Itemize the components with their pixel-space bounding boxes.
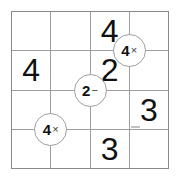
clue-number: 4 [121,43,129,58]
cell-r2c1[interactable]: 4 [12,51,50,89]
multiply-operator-icon: × [131,45,137,56]
cell-r3c4[interactable]: 3 [130,91,168,129]
cell-r1c1[interactable] [12,12,50,50]
cell-r1c2[interactable] [51,12,89,50]
clue-circle-3: 4 × [34,113,67,146]
cell-r4c3[interactable]: 3 [91,130,129,168]
puzzle-canvas: 4 4 2 3 3 4 × 2 − 4 × [0,0,180,180]
multiply-operator-icon: × [52,124,58,135]
clue-circle-2: 2 − [74,74,107,107]
clue-circle-1: 4 × [113,34,146,67]
cell-r4c4[interactable] [130,130,168,168]
clue-number: 4 [43,122,51,137]
faint-line-artifact [131,126,140,128]
minus-operator-icon: − [91,85,97,96]
clue-number: 2 [82,83,90,98]
